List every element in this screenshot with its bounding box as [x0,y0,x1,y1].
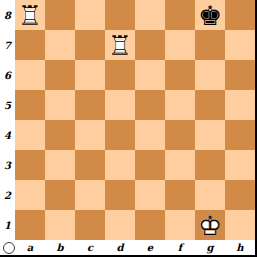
piece-white-rook: ♖ [105,30,135,60]
piece-black-king: ♚ [195,0,225,30]
file-label-g: g [195,240,225,255]
file-label-h: h [225,240,255,255]
square-h8 [225,0,255,30]
square-c5 [75,90,105,120]
square-e4 [135,120,165,150]
square-d1 [105,210,135,240]
square-a2 [15,180,45,210]
square-h6 [225,60,255,90]
square-a8: ♜♖ [15,0,45,30]
square-b8 [45,0,75,30]
rank-label-4: 4 [0,120,15,150]
rank-label-1: 1 [0,210,15,240]
square-e1 [135,210,165,240]
square-b6 [45,60,75,90]
rank-label-3: 3 [0,150,15,180]
square-g7 [195,30,225,60]
file-label-f: f [165,240,195,255]
square-e3 [135,150,165,180]
square-g3 [195,150,225,180]
square-g2 [195,180,225,210]
rank-label-5: 5 [0,90,15,120]
square-f8 [165,0,195,30]
square-a4 [15,120,45,150]
square-b2 [45,180,75,210]
square-h4 [225,120,255,150]
square-c7 [75,30,105,60]
piece-white-king-fill: ♚ [195,210,225,240]
square-a6 [15,60,45,90]
square-g1: ♚♔ [195,210,225,240]
square-b1 [45,210,75,240]
file-labels: abcdefgh [15,240,255,256]
chess-board: ♜♖♚♜♖♚♔ [15,0,255,240]
square-d7: ♜♖ [105,30,135,60]
square-e8 [135,0,165,30]
square-a7 [15,30,45,60]
square-d2 [105,180,135,210]
square-b5 [45,90,75,120]
file-label-e: e [135,240,165,255]
piece-white-rook: ♖ [15,0,45,30]
square-g5 [195,90,225,120]
square-f4 [165,120,195,150]
file-label-d: d [105,240,135,255]
square-f6 [165,60,195,90]
square-f2 [165,180,195,210]
square-e5 [135,90,165,120]
file-label-c: c [75,240,105,255]
square-h2 [225,180,255,210]
square-d5 [105,90,135,120]
piece-white-rook-fill: ♜ [105,30,135,60]
rank-label-6: 6 [0,60,15,90]
square-d4 [105,120,135,150]
square-h7 [225,30,255,60]
piece-white-king: ♔ [195,210,225,240]
square-h5 [225,90,255,120]
square-d8 [105,0,135,30]
square-e2 [135,180,165,210]
square-g8: ♚ [195,0,225,30]
white-to-move-indicator [3,242,15,254]
square-a1 [15,210,45,240]
square-b4 [45,120,75,150]
square-c3 [75,150,105,180]
piece-white-rook-fill: ♜ [15,0,45,30]
rank-label-2: 2 [0,180,15,210]
square-b7 [45,30,75,60]
chess-diagram: 87654321 ♜♖♚♜♖♚♔ abcdefgh [0,0,257,257]
square-c2 [75,180,105,210]
square-e6 [135,60,165,90]
square-h3 [225,150,255,180]
rank-labels: 87654321 [0,0,15,240]
square-h1 [225,210,255,240]
square-g4 [195,120,225,150]
square-d6 [105,60,135,90]
rank-label-7: 7 [0,30,15,60]
rank-label-8: 8 [0,0,15,30]
square-f1 [165,210,195,240]
square-f7 [165,30,195,60]
square-f3 [165,150,195,180]
square-a3 [15,150,45,180]
square-a5 [15,90,45,120]
file-label-a: a [15,240,45,255]
square-b3 [45,150,75,180]
square-d3 [105,150,135,180]
file-label-b: b [45,240,75,255]
square-e7 [135,30,165,60]
square-c8 [75,0,105,30]
square-c1 [75,210,105,240]
square-f5 [165,90,195,120]
square-c4 [75,120,105,150]
square-c6 [75,60,105,90]
square-g6 [195,60,225,90]
